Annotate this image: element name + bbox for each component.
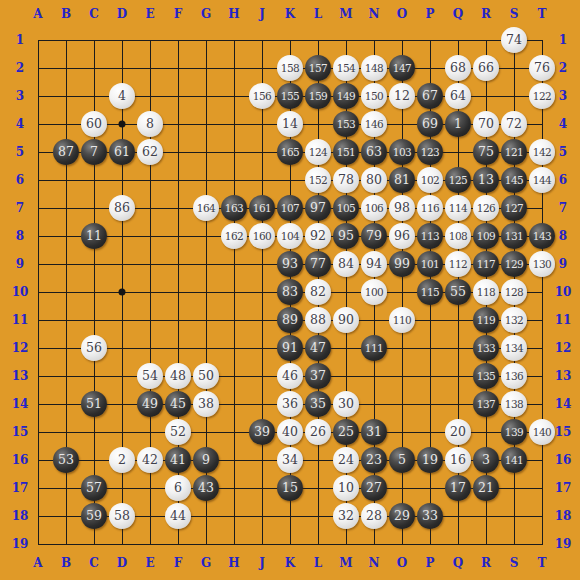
stone-move-number: 54	[142, 370, 158, 383]
stone-move-number: 124	[309, 147, 328, 158]
stone-move-number: 74	[506, 34, 522, 47]
stone-move-number: 150	[365, 91, 384, 102]
stone-black-R12: 133	[473, 335, 499, 361]
stone-white-J3: 156	[249, 83, 275, 109]
stone-move-number: 51	[86, 398, 102, 411]
stone-move-number: 10	[338, 482, 354, 495]
stone-white-T3: 122	[529, 83, 555, 109]
stone-black-L9: 77	[305, 251, 331, 277]
stone-black-P8: 113	[417, 223, 443, 249]
stone-white-C12: 56	[81, 335, 107, 361]
stone-white-R10: 118	[473, 279, 499, 305]
stone-move-number: 164	[197, 203, 216, 214]
stone-black-M7: 105	[333, 195, 359, 221]
stone-move-number: 139	[505, 427, 524, 438]
stone-move-number: 48	[170, 370, 186, 383]
stone-black-O16: 5	[389, 447, 415, 473]
stone-move-number: 145	[505, 175, 524, 186]
stone-move-number: 59	[86, 510, 102, 523]
stone-move-number: 64	[450, 90, 466, 103]
col-label-bottom-M: M	[339, 557, 352, 569]
stone-white-G7: 164	[193, 195, 219, 221]
stone-white-K14: 36	[277, 391, 303, 417]
stone-black-N16: 23	[361, 447, 387, 473]
stone-move-number: 42	[142, 454, 158, 467]
stone-move-number: 60	[86, 118, 102, 131]
stone-move-number: 49	[142, 398, 158, 411]
row-label-left-18: 18	[12, 510, 29, 522]
col-label-bottom-F: F	[174, 557, 183, 569]
stone-move-number: 56	[86, 342, 102, 355]
row-label-right-3: 3	[559, 90, 567, 102]
stone-move-number: 72	[506, 118, 522, 131]
stone-move-number: 151	[337, 147, 356, 158]
stone-move-number: 136	[505, 371, 524, 382]
stone-white-G13: 50	[193, 363, 219, 389]
stone-move-number: 89	[282, 314, 298, 327]
row-label-left-3: 3	[16, 90, 24, 102]
stone-move-number: 127	[505, 203, 524, 214]
stone-white-N6: 80	[361, 167, 387, 193]
stone-black-R13: 135	[473, 363, 499, 389]
stone-move-number: 76	[534, 62, 550, 75]
stone-white-M6: 78	[333, 167, 359, 193]
stone-white-S13: 136	[501, 363, 527, 389]
stone-move-number: 116	[421, 203, 440, 214]
stone-white-L5: 124	[305, 139, 331, 165]
row-label-left-2: 2	[16, 62, 24, 74]
stone-black-N8: 79	[361, 223, 387, 249]
stone-move-number: 91	[282, 342, 298, 355]
stone-move-number: 45	[170, 398, 186, 411]
col-label-bottom-A: A	[33, 557, 42, 569]
stone-move-number: 77	[310, 258, 326, 271]
stone-black-K10: 83	[277, 279, 303, 305]
stone-white-E13: 54	[137, 363, 163, 389]
stone-white-M11: 90	[333, 307, 359, 333]
stone-move-number: 163	[225, 203, 244, 214]
stone-black-O2: 147	[389, 55, 415, 81]
row-label-left-6: 6	[16, 174, 24, 186]
stone-white-K8: 104	[277, 223, 303, 249]
stone-white-N10: 100	[361, 279, 387, 305]
row-label-left-12: 12	[12, 342, 29, 354]
stone-white-O8: 96	[389, 223, 415, 249]
stone-white-E16: 42	[137, 447, 163, 473]
stone-white-C4: 60	[81, 111, 107, 137]
stone-move-number: 147	[393, 63, 412, 74]
row-label-left-15: 15	[12, 426, 29, 438]
stone-move-number: 100	[365, 287, 384, 298]
stone-white-D3: 4	[109, 83, 135, 109]
stone-white-K2: 158	[277, 55, 303, 81]
stone-black-R8: 109	[473, 223, 499, 249]
stone-move-number: 98	[394, 202, 410, 215]
stone-white-S10: 128	[501, 279, 527, 305]
stone-white-T5: 142	[529, 139, 555, 165]
stone-white-L11: 88	[305, 307, 331, 333]
stone-move-number: 35	[310, 398, 326, 411]
stone-move-number: 50	[198, 370, 214, 383]
row-label-right-16: 16	[555, 454, 572, 466]
col-label-top-T: T	[538, 8, 547, 20]
stone-black-F16: 41	[165, 447, 191, 473]
stone-move-number: 112	[449, 259, 468, 270]
stone-move-number: 66	[478, 62, 494, 75]
stone-black-O6: 81	[389, 167, 415, 193]
stone-move-number: 40	[282, 426, 298, 439]
stone-move-number: 5	[398, 454, 406, 467]
stone-white-O11: 110	[389, 307, 415, 333]
stone-black-O9: 99	[389, 251, 415, 277]
stone-white-N9: 94	[361, 251, 387, 277]
stone-move-number: 90	[338, 314, 354, 327]
stone-black-Q4: 1	[445, 111, 471, 137]
row-label-right-13: 13	[555, 370, 572, 382]
row-label-right-8: 8	[559, 230, 567, 242]
stone-white-H8: 162	[221, 223, 247, 249]
stone-move-number: 34	[282, 454, 298, 467]
stone-black-M15: 25	[333, 419, 359, 445]
stone-move-number: 15	[282, 482, 298, 495]
stone-white-Q8: 108	[445, 223, 471, 249]
stone-black-P3: 67	[417, 83, 443, 109]
stone-white-L10: 82	[305, 279, 331, 305]
stone-move-number: 25	[338, 426, 354, 439]
stone-black-M8: 95	[333, 223, 359, 249]
stone-move-number: 160	[253, 231, 272, 242]
stone-move-number: 119	[477, 315, 496, 326]
stone-move-number: 107	[281, 203, 300, 214]
stone-black-L7: 97	[305, 195, 331, 221]
row-label-left-1: 1	[16, 34, 24, 46]
row-label-right-14: 14	[555, 398, 572, 410]
stone-move-number: 78	[338, 174, 354, 187]
star-point-D10	[119, 289, 126, 296]
stone-black-P16: 19	[417, 447, 443, 473]
stone-black-R17: 21	[473, 475, 499, 501]
stone-move-number: 133	[477, 343, 496, 354]
stone-move-number: 57	[86, 482, 102, 495]
stone-move-number: 43	[198, 482, 214, 495]
stone-move-number: 9	[202, 454, 210, 467]
stone-move-number: 159	[309, 91, 328, 102]
row-label-right-17: 17	[555, 482, 572, 494]
stone-move-number: 141	[505, 455, 524, 466]
stone-black-C14: 51	[81, 391, 107, 417]
col-label-bottom-K: K	[285, 557, 295, 569]
stone-black-R5: 75	[473, 139, 499, 165]
stone-white-T9: 130	[529, 251, 555, 277]
col-label-bottom-P: P	[425, 557, 434, 569]
stone-move-number: 97	[310, 202, 326, 215]
col-label-top-O: O	[397, 8, 407, 20]
stone-move-number: 26	[310, 426, 326, 439]
stone-white-F18: 44	[165, 503, 191, 529]
stone-black-S8: 131	[501, 223, 527, 249]
stone-move-number: 148	[365, 63, 384, 74]
stone-white-N2: 148	[361, 55, 387, 81]
stone-white-O3: 12	[389, 83, 415, 109]
stone-move-number: 129	[505, 259, 524, 270]
stone-black-S6: 145	[501, 167, 527, 193]
stone-move-number: 28	[366, 510, 382, 523]
stone-move-number: 162	[225, 231, 244, 242]
col-label-top-J: J	[259, 8, 265, 20]
stone-move-number: 46	[282, 370, 298, 383]
stone-white-R7: 126	[473, 195, 499, 221]
stone-white-S1: 74	[501, 27, 527, 53]
stone-move-number: 138	[505, 399, 524, 410]
stone-black-D5: 61	[109, 139, 135, 165]
stone-move-number: 105	[337, 203, 356, 214]
row-label-left-4: 4	[16, 118, 24, 130]
stone-black-R16: 3	[473, 447, 499, 473]
col-label-top-R: R	[481, 8, 491, 20]
col-label-top-C: C	[89, 8, 99, 20]
col-label-bottom-L: L	[314, 557, 322, 569]
stone-move-number: 92	[310, 230, 326, 243]
stone-black-N15: 31	[361, 419, 387, 445]
stone-white-T15: 140	[529, 419, 555, 445]
stone-black-P4: 69	[417, 111, 443, 137]
stone-move-number: 27	[366, 482, 382, 495]
col-label-top-H: H	[228, 8, 239, 20]
stone-move-number: 142	[533, 147, 552, 158]
stone-move-number: 29	[394, 510, 410, 523]
stone-move-number: 12	[394, 90, 410, 103]
row-label-left-17: 17	[12, 482, 29, 494]
col-label-bottom-N: N	[369, 557, 380, 569]
stone-white-R2: 66	[473, 55, 499, 81]
col-label-top-F: F	[174, 8, 183, 20]
stone-move-number: 32	[338, 510, 354, 523]
stone-move-number: 99	[394, 258, 410, 271]
stone-move-number: 2	[118, 454, 126, 467]
stone-white-R4: 70	[473, 111, 499, 137]
stone-move-number: 109	[477, 231, 496, 242]
stone-black-B16: 53	[53, 447, 79, 473]
col-label-bottom-C: C	[89, 557, 99, 569]
stone-white-S4: 72	[501, 111, 527, 137]
stone-white-D16: 2	[109, 447, 135, 473]
stone-move-number: 117	[477, 259, 496, 270]
stone-move-number: 131	[505, 231, 524, 242]
col-label-top-A: A	[33, 8, 42, 20]
col-label-bottom-Q: Q	[453, 557, 463, 569]
stone-move-number: 113	[421, 231, 440, 242]
stone-black-S9: 129	[501, 251, 527, 277]
stone-move-number: 13	[478, 174, 494, 187]
stone-move-number: 106	[365, 203, 384, 214]
stone-white-O7: 98	[389, 195, 415, 221]
stone-move-number: 63	[366, 146, 382, 159]
row-label-left-16: 16	[12, 454, 29, 466]
stone-move-number: 16	[450, 454, 466, 467]
stone-move-number: 101	[421, 259, 440, 270]
stone-move-number: 111	[365, 343, 384, 354]
stone-white-S12: 134	[501, 335, 527, 361]
stone-move-number: 115	[421, 287, 440, 298]
stone-white-Q7: 114	[445, 195, 471, 221]
stone-white-K15: 40	[277, 419, 303, 445]
stone-black-J15: 39	[249, 419, 275, 445]
stone-black-L12: 47	[305, 335, 331, 361]
stone-move-number: 47	[310, 342, 326, 355]
col-label-top-N: N	[369, 8, 380, 20]
col-label-top-D: D	[117, 8, 127, 20]
stone-white-L15: 26	[305, 419, 331, 445]
star-point-D4	[119, 121, 126, 128]
row-label-left-10: 10	[12, 286, 29, 298]
stone-move-number: 122	[533, 91, 552, 102]
stone-move-number: 128	[505, 287, 524, 298]
stone-black-S7: 127	[501, 195, 527, 221]
stone-move-number: 121	[505, 147, 524, 158]
stone-black-P5: 123	[417, 139, 443, 165]
row-label-right-11: 11	[555, 314, 572, 326]
col-label-top-S: S	[510, 8, 519, 20]
stone-move-number: 53	[58, 454, 74, 467]
col-label-top-M: M	[339, 8, 352, 20]
stone-move-number: 30	[338, 398, 354, 411]
stone-move-number: 93	[282, 258, 298, 271]
stone-move-number: 108	[449, 231, 468, 242]
stone-move-number: 36	[282, 398, 298, 411]
stone-move-number: 161	[253, 203, 272, 214]
stone-white-M17: 10	[333, 475, 359, 501]
stone-move-number: 137	[477, 399, 496, 410]
stone-black-R9: 117	[473, 251, 499, 277]
stone-white-Q9: 112	[445, 251, 471, 277]
stone-move-number: 4	[118, 90, 126, 103]
stone-white-M14: 30	[333, 391, 359, 417]
col-label-bottom-H: H	[228, 557, 239, 569]
stone-black-R11: 119	[473, 307, 499, 333]
stone-move-number: 8	[146, 118, 154, 131]
stone-black-R6: 13	[473, 167, 499, 193]
stone-move-number: 7	[90, 146, 98, 159]
stone-black-M5: 151	[333, 139, 359, 165]
row-label-right-9: 9	[559, 258, 567, 270]
stone-white-L6: 152	[305, 167, 331, 193]
stone-move-number: 126	[477, 203, 496, 214]
stone-black-G16: 9	[193, 447, 219, 473]
stone-move-number: 80	[366, 174, 382, 187]
stone-black-L14: 35	[305, 391, 331, 417]
stone-black-C8: 11	[81, 223, 107, 249]
stone-move-number: 11	[86, 230, 102, 243]
stone-white-Q16: 16	[445, 447, 471, 473]
col-label-top-Q: Q	[453, 8, 463, 20]
stone-move-number: 134	[505, 343, 524, 354]
stone-move-number: 130	[533, 259, 552, 270]
stone-move-number: 3	[482, 454, 490, 467]
stone-white-N4: 146	[361, 111, 387, 137]
stone-move-number: 23	[366, 454, 382, 467]
stone-move-number: 103	[393, 147, 412, 158]
stone-white-G14: 38	[193, 391, 219, 417]
stone-black-N5: 63	[361, 139, 387, 165]
stone-move-number: 118	[477, 287, 496, 298]
stone-move-number: 82	[310, 286, 326, 299]
stone-black-C18: 59	[81, 503, 107, 529]
stone-move-number: 75	[478, 146, 494, 159]
go-board[interactable]: AABBCCDDEEFFGGHHJJKKLLMMNNOOPPQQRRSSTT11…	[0, 0, 580, 580]
stone-black-R14: 137	[473, 391, 499, 417]
stone-black-Q6: 125	[445, 167, 471, 193]
stone-move-number: 68	[450, 62, 466, 75]
stone-move-number: 69	[422, 118, 438, 131]
stone-white-S14: 138	[501, 391, 527, 417]
col-label-bottom-J: J	[259, 557, 265, 569]
col-label-bottom-O: O	[397, 557, 407, 569]
stone-move-number: 114	[449, 203, 468, 214]
stone-move-number: 84	[338, 258, 354, 271]
stone-move-number: 41	[170, 454, 186, 467]
row-label-right-10: 10	[555, 286, 572, 298]
col-label-top-B: B	[61, 8, 71, 20]
stone-white-K13: 46	[277, 363, 303, 389]
row-label-left-14: 14	[12, 398, 29, 410]
stone-move-number: 37	[310, 370, 326, 383]
col-label-bottom-G: G	[201, 557, 211, 569]
stone-white-M18: 32	[333, 503, 359, 529]
stone-move-number: 135	[477, 371, 496, 382]
stone-white-E5: 62	[137, 139, 163, 165]
stone-move-number: 70	[478, 118, 494, 131]
stone-black-E14: 49	[137, 391, 163, 417]
stone-black-N12: 111	[361, 335, 387, 361]
stone-black-L3: 159	[305, 83, 331, 109]
stone-move-number: 55	[450, 286, 466, 299]
row-label-left-7: 7	[16, 202, 24, 214]
stone-move-number: 81	[394, 174, 410, 187]
stone-move-number: 123	[421, 147, 440, 158]
stone-move-number: 102	[421, 175, 440, 186]
stone-white-F13: 48	[165, 363, 191, 389]
row-label-right-18: 18	[555, 510, 572, 522]
row-label-right-1: 1	[559, 34, 567, 46]
row-label-right-7: 7	[559, 202, 567, 214]
stone-black-S5: 121	[501, 139, 527, 165]
stone-move-number: 153	[337, 119, 356, 130]
row-label-left-19: 19	[12, 538, 29, 550]
stone-black-C17: 57	[81, 475, 107, 501]
stone-move-number: 146	[365, 119, 384, 130]
stone-white-Q15: 20	[445, 419, 471, 445]
stone-move-number: 96	[394, 230, 410, 243]
col-label-top-P: P	[425, 8, 434, 20]
stone-black-O18: 29	[389, 503, 415, 529]
stone-white-M2: 154	[333, 55, 359, 81]
stone-black-P18: 33	[417, 503, 443, 529]
stone-black-L13: 37	[305, 363, 331, 389]
stone-move-number: 154	[337, 63, 356, 74]
stone-move-number: 17	[450, 482, 466, 495]
stone-black-B5: 87	[53, 139, 79, 165]
stone-move-number: 144	[533, 175, 552, 186]
stone-white-L8: 92	[305, 223, 331, 249]
row-label-left-9: 9	[16, 258, 24, 270]
stone-black-F14: 45	[165, 391, 191, 417]
row-label-right-12: 12	[555, 342, 572, 354]
stone-move-number: 140	[533, 427, 552, 438]
col-label-bottom-S: S	[510, 557, 519, 569]
stone-move-number: 125	[449, 175, 468, 186]
stone-move-number: 1	[454, 118, 462, 131]
row-label-right-6: 6	[559, 174, 567, 186]
